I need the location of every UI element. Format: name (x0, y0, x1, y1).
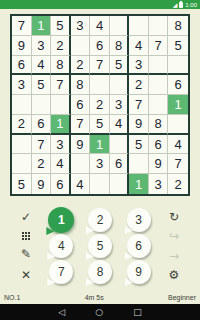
cell-r2c6[interactable]: 8 (110, 36, 130, 56)
digit-button-4[interactable]: 4 (49, 234, 73, 258)
cell-r3c1[interactable]: 6 (12, 56, 32, 76)
forward-icon[interactable]: → (169, 250, 179, 262)
cell-r6c5[interactable]: 5 (90, 115, 110, 135)
sudoku-app-screen: ◢ 1:00 715348932684756482753357826623712… (0, 0, 200, 320)
cell-r8c4[interactable] (71, 154, 91, 174)
cell-r1c5[interactable]: 4 (90, 16, 110, 36)
cell-r5c6[interactable]: 3 (110, 95, 130, 115)
nav-home-icon[interactable]: ○ (95, 308, 103, 317)
cell-r4c5[interactable] (90, 75, 110, 95)
cell-r7c6[interactable] (110, 135, 130, 155)
nav-recents-icon[interactable]: □ (133, 308, 142, 317)
cell-r3c7[interactable]: 3 (129, 56, 149, 76)
cell-r9c6[interactable] (110, 174, 130, 194)
cell-r4c4[interactable]: 8 (71, 75, 91, 95)
digit-button-3[interactable]: 3 (127, 208, 151, 232)
check-icon[interactable]: ✓ (21, 211, 31, 223)
cell-r5c2[interactable] (32, 95, 52, 115)
cell-r8c5[interactable]: 3 (90, 154, 110, 174)
digit-button-5[interactable]: 5 (88, 234, 112, 258)
cell-r9c7[interactable]: 1 (129, 174, 149, 194)
difficulty-label: Beginner (168, 294, 196, 301)
digit-buttons: 123456789 (42, 205, 158, 291)
cell-r9c1[interactable]: 5 (12, 174, 32, 194)
puzzle-number-label: NO.1 (4, 294, 20, 301)
cell-r4c9[interactable]: 6 (168, 75, 188, 95)
cell-r5c4[interactable]: 6 (71, 95, 91, 115)
cell-r7c8[interactable]: 6 (149, 135, 169, 155)
cell-r6c3[interactable]: 1 (51, 115, 71, 135)
cell-r9c4[interactable]: 4 (71, 174, 91, 194)
cell-r8c1[interactable] (12, 154, 32, 174)
undo-icon[interactable]: ↻ (169, 211, 179, 223)
erase-icon[interactable]: ✕ (21, 269, 31, 281)
cell-r2c4[interactable] (71, 36, 91, 56)
cell-r2c9[interactable]: 5 (168, 36, 188, 56)
cell-r7c4[interactable]: 9 (71, 135, 91, 155)
cell-r4c3[interactable]: 7 (51, 75, 71, 95)
digit-button-9[interactable]: 9 (127, 260, 151, 284)
left-toolbar: ✓ ✎ ✕ (10, 205, 42, 291)
cell-r9c9[interactable]: 2 (168, 174, 188, 194)
cell-r4c8[interactable] (149, 75, 169, 95)
cell-r3c3[interactable]: 8 (51, 56, 71, 76)
android-status-bar: ◢ 1:00 (0, 0, 200, 9)
cell-r6c4[interactable]: 7 (71, 115, 91, 135)
cell-r1c1[interactable]: 7 (12, 16, 32, 36)
cell-r2c3[interactable]: 2 (51, 36, 71, 56)
cell-r6c8[interactable]: 8 (149, 115, 169, 135)
cell-r6c1[interactable]: 2 (12, 115, 32, 135)
right-toolbar: ↻ ↪ → ⚙ (158, 205, 190, 291)
cell-r5c7[interactable]: 7 (129, 95, 149, 115)
cell-r9c3[interactable]: 6 (51, 174, 71, 194)
cell-r3c8[interactable] (149, 56, 169, 76)
cell-r1c3[interactable]: 5 (51, 16, 71, 36)
cell-r5c3[interactable] (51, 95, 71, 115)
cell-r6c9[interactable] (168, 115, 188, 135)
number-pad-panel: ✓ ✎ ✕ 123456789 ↻ ↪ → ⚙ (0, 205, 200, 291)
cell-r1c2[interactable]: 1 (32, 16, 52, 36)
cell-r8c7[interactable] (129, 154, 149, 174)
signal-icon: ◢ (173, 2, 178, 8)
digit-button-7[interactable]: 7 (49, 260, 73, 284)
digit-button-2[interactable]: 2 (88, 208, 112, 232)
cell-r1c8[interactable] (149, 16, 169, 36)
elapsed-time-label: 4m 5s (85, 294, 104, 301)
digit-button-8[interactable]: 8 (88, 260, 112, 284)
cell-r4c1[interactable]: 3 (12, 75, 32, 95)
sudoku-board: 7153489326847564827533578266237126175498… (10, 14, 190, 196)
cell-r5c5[interactable]: 2 (90, 95, 110, 115)
redo-icon[interactable]: ↪ (169, 230, 179, 242)
cell-r6c2[interactable]: 6 (32, 115, 52, 135)
cell-r8c9[interactable]: 7 (168, 154, 188, 174)
cell-r7c7[interactable]: 5 (129, 135, 149, 155)
cell-r8c2[interactable]: 2 (32, 154, 52, 174)
cell-r2c5[interactable]: 6 (90, 36, 110, 56)
candidates-grid-icon[interactable] (22, 232, 30, 240)
settings-gear-icon[interactable]: ⚙ (169, 269, 180, 281)
cell-r6c7[interactable]: 9 (129, 115, 149, 135)
cell-r7c2[interactable]: 7 (32, 135, 52, 155)
cell-r7c9[interactable]: 4 (168, 135, 188, 155)
cell-r1c4[interactable]: 3 (71, 16, 91, 36)
cell-r3c9[interactable] (168, 56, 188, 76)
cell-r5c8[interactable] (149, 95, 169, 115)
cell-r2c7[interactable]: 4 (129, 36, 149, 56)
cell-r9c8[interactable]: 3 (149, 174, 169, 194)
status-time: 1:00 (185, 2, 197, 8)
cell-r1c7[interactable] (129, 16, 149, 36)
cell-r8c3[interactable]: 4 (51, 154, 71, 174)
cell-r5c1[interactable] (12, 95, 32, 115)
cell-r2c1[interactable]: 9 (12, 36, 32, 56)
digit-button-1[interactable]: 1 (48, 207, 74, 233)
cell-r8c8[interactable]: 9 (149, 154, 169, 174)
cell-r3c6[interactable]: 5 (110, 56, 130, 76)
cell-r6c6[interactable]: 4 (110, 115, 130, 135)
nav-back-icon[interactable]: ◁ (58, 308, 65, 317)
cell-r1c9[interactable]: 8 (168, 16, 188, 36)
cell-r2c8[interactable]: 7 (149, 36, 169, 56)
cell-r7c1[interactable] (12, 135, 32, 155)
pencil-icon[interactable]: ✎ (21, 248, 31, 260)
cell-r7c5[interactable]: 1 (90, 135, 110, 155)
cell-r3c2[interactable]: 4 (32, 56, 52, 76)
cell-r3c5[interactable]: 7 (90, 56, 110, 76)
cell-r2c2[interactable]: 3 (32, 36, 52, 56)
cell-r8c6[interactable]: 6 (110, 154, 130, 174)
digit-button-6[interactable]: 6 (127, 234, 151, 258)
cell-r7c3[interactable]: 3 (51, 135, 71, 155)
cell-r5c9[interactable]: 1 (168, 95, 188, 115)
cell-r4c6[interactable] (110, 75, 130, 95)
cell-r4c7[interactable]: 2 (129, 75, 149, 95)
android-nav-bar: ◁ ○ □ (0, 304, 200, 320)
cell-r1c6[interactable] (110, 16, 130, 36)
game-info-bar: NO.1 4m 5s Beginner (0, 291, 200, 304)
cell-r4c2[interactable]: 5 (32, 75, 52, 95)
cell-r9c2[interactable]: 9 (32, 174, 52, 194)
battery-icon (179, 2, 183, 8)
cell-r3c4[interactable]: 2 (71, 56, 91, 76)
cell-r9c5[interactable] (90, 174, 110, 194)
